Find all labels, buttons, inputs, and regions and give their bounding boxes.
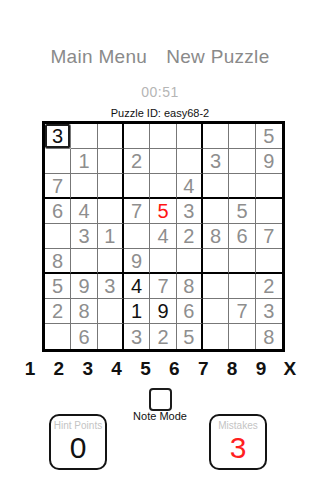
sudoku-cell-r5c3[interactable]: 1 [98,224,124,249]
sudoku-digit: 9 [157,301,168,321]
sudoku-digit: 7 [236,301,247,321]
sudoku-digit: 5 [236,201,247,221]
sudoku-cell-r8c5[interactable]: 9 [150,299,176,324]
sudoku-cell-r6c3[interactable] [98,249,124,274]
number-pad: 123456789X [19,358,301,380]
sudoku-cell-r3c3[interactable] [98,174,124,199]
numpad-key-6[interactable]: 6 [163,358,185,380]
sudoku-cell-r4c2[interactable]: 4 [71,199,97,224]
sudoku-cell-r8c7[interactable] [203,299,229,324]
sudoku-cell-r1c8[interactable] [229,124,255,149]
sudoku-cell-r7c3[interactable]: 3 [98,274,124,299]
sudoku-cell-r5c8[interactable]: 6 [229,224,255,249]
sudoku-cell-r1c7[interactable] [203,124,229,149]
sudoku-cell-r6c2[interactable] [71,249,97,274]
sudoku-cell-r2c5[interactable] [150,149,176,174]
sudoku-cell-r8c1[interactable]: 2 [45,299,71,324]
sudoku-cell-r5c5[interactable]: 4 [150,224,176,249]
sudoku-cell-r6c1[interactable]: 8 [45,249,71,274]
sudoku-digit: 9 [263,151,274,171]
sudoku-cell-r8c3[interactable] [98,299,124,324]
note-mode-checkbox[interactable] [149,388,172,411]
sudoku-cell-r2c8[interactable] [229,149,255,174]
sudoku-cell-r9c9[interactable]: 8 [256,324,282,349]
sudoku-cell-r4c3[interactable] [98,199,124,224]
sudoku-cell-r6c8[interactable] [229,249,255,274]
sudoku-cell-r8c8[interactable]: 7 [229,299,255,324]
sudoku-cell-r6c4[interactable]: 9 [124,249,150,274]
sudoku-cell-r1c6[interactable] [177,124,203,149]
sudoku-cell-r3c9[interactable] [256,174,282,199]
sudoku-digit: 8 [263,327,274,347]
sudoku-cell-r9c8[interactable] [229,324,255,349]
sudoku-cell-r1c9[interactable]: 5 [256,124,282,149]
sudoku-digit: 1 [78,151,89,171]
sudoku-digit: 3 [183,201,194,221]
sudoku-cell-r8c9[interactable]: 3 [256,299,282,324]
sudoku-cell-r2c1[interactable] [45,149,71,174]
sudoku-digit: 6 [78,327,89,347]
sudoku-digit: 3 [263,301,274,321]
sudoku-digit: 2 [183,226,194,246]
sudoku-cell-r2c9[interactable]: 9 [256,149,282,174]
numpad-key-7[interactable]: 7 [192,358,214,380]
sudoku-digit: 2 [157,327,168,347]
sudoku-cell-r2c7[interactable]: 3 [203,149,229,174]
sudoku-cell-r2c2[interactable]: 1 [71,149,97,174]
sudoku-digit: 3 [104,276,115,296]
sudoku-cell-r7c6[interactable]: 8 [177,274,203,299]
sudoku-digit: 7 [52,176,63,196]
sudoku-digit: 7 [131,201,142,221]
sudoku-cell-r9c5[interactable]: 2 [150,324,176,349]
sudoku-digit: 8 [210,226,221,246]
hint-points-value: 0 [70,433,87,463]
sudoku-cell-r5c9[interactable]: 7 [256,224,282,249]
game-timer: 00:51 [0,84,320,100]
sudoku-digit: 5 [263,126,274,146]
sudoku-digit: 5 [157,201,168,221]
sudoku-digit: 7 [157,276,168,296]
sudoku-digit: 3 [210,151,221,171]
sudoku-cell-r4c8[interactable]: 5 [229,199,255,224]
sudoku-cell-r3c5[interactable] [150,174,176,199]
sudoku-digit: 3 [52,126,63,146]
sudoku-digit: 4 [131,276,142,296]
numpad-key-5[interactable]: 5 [135,358,157,380]
sudoku-cell-r3c8[interactable] [229,174,255,199]
sudoku-cell-r1c4[interactable] [124,124,150,149]
numpad-key-2[interactable]: 2 [48,358,70,380]
sudoku-cell-r7c7[interactable] [203,274,229,299]
sudoku-digit: 3 [78,226,89,246]
sudoku-cell-r4c7[interactable] [203,199,229,224]
sudoku-cell-r7c1[interactable]: 5 [45,274,71,299]
sudoku-digit: 8 [52,251,63,271]
sudoku-cell-r7c5[interactable]: 7 [150,274,176,299]
sudoku-cell-r5c4[interactable] [124,224,150,249]
sudoku-cell-r1c5[interactable] [150,124,176,149]
sudoku-digit: 5 [183,327,194,347]
hint-points-box: Hint Points 0 [49,414,107,470]
mistakes-label: Mistakes [218,420,257,431]
sudoku-cell-r3c7[interactable] [203,174,229,199]
sudoku-cell-r2c3[interactable] [98,149,124,174]
sudoku-cell-r3c1[interactable]: 7 [45,174,71,199]
numpad-key-4[interactable]: 4 [106,358,128,380]
sudoku-digit: 6 [236,226,247,246]
sudoku-digit: 5 [52,276,63,296]
sudoku-digit: 6 [52,201,63,221]
sudoku-cell-r1c1[interactable]: 3 [45,124,71,149]
sudoku-digit: 6 [183,301,194,321]
sudoku-cell-r8c4[interactable]: 1 [124,299,150,324]
sudoku-cell-r7c4[interactable]: 4 [124,274,150,299]
sudoku-digit: 2 [263,276,274,296]
sudoku-cell-r8c6[interactable]: 6 [177,299,203,324]
sudoku-cell-r9c3[interactable] [98,324,124,349]
sudoku-cell-r9c7[interactable] [203,324,229,349]
sudoku-grid: 3512397464753531428678959347822819673632… [42,121,285,352]
sudoku-cell-r3c2[interactable] [71,174,97,199]
top-navigation: Main Menu New Puzzle [0,46,320,68]
sudoku-cell-r6c9[interactable] [256,249,282,274]
mistakes-box: Mistakes 3 [209,414,267,470]
sudoku-digit: 4 [78,201,89,221]
sudoku-digit: 9 [131,251,142,271]
sudoku-digit: 1 [131,301,142,321]
sudoku-cell-r9c6[interactable]: 5 [177,324,203,349]
sudoku-cell-r4c1[interactable]: 6 [45,199,71,224]
sudoku-cell-r2c4[interactable]: 2 [124,149,150,174]
sudoku-cell-r9c4[interactable]: 3 [124,324,150,349]
numpad-key-1[interactable]: 1 [19,358,41,380]
numpad-key-8[interactable]: 8 [221,358,243,380]
sudoku-cell-r4c4[interactable]: 7 [124,199,150,224]
sudoku-cell-r5c7[interactable]: 8 [203,224,229,249]
sudoku-cell-r9c1[interactable] [45,324,71,349]
sudoku-cell-r1c2[interactable] [71,124,97,149]
sudoku-digit: 4 [183,176,194,196]
sudoku-digit: 8 [183,276,194,296]
hint-points-label: Hint Points [54,420,102,431]
numpad-key-3[interactable]: 3 [77,358,99,380]
note-mode-label: Note Mode [0,410,320,422]
sudoku-digit: 3 [131,327,142,347]
sudoku-cell-r6c6[interactable] [177,249,203,274]
main-menu-link[interactable]: Main Menu [50,46,147,68]
sudoku-digit: 9 [78,276,89,296]
numpad-key-9[interactable]: 9 [250,358,272,380]
sudoku-app-screen: Main Menu New Puzzle 00:51 Puzzle ID: ea… [0,0,320,480]
sudoku-cell-r7c8[interactable] [229,274,255,299]
sudoku-cell-r6c5[interactable] [150,249,176,274]
sudoku-cell-r4c6[interactable]: 3 [177,199,203,224]
sudoku-cell-r1c3[interactable] [98,124,124,149]
sudoku-cell-r7c2[interactable]: 9 [71,274,97,299]
sudoku-digit: 2 [52,301,63,321]
sudoku-cell-r5c6[interactable]: 2 [177,224,203,249]
sudoku-digit: 8 [78,301,89,321]
new-puzzle-link[interactable]: New Puzzle [166,46,269,68]
numpad-key-X[interactable]: X [279,358,301,380]
sudoku-cell-r5c2[interactable]: 3 [71,224,97,249]
mistakes-value: 3 [230,433,247,463]
sudoku-cell-r8c2[interactable]: 8 [71,299,97,324]
sudoku-cell-r6c7[interactable] [203,249,229,274]
sudoku-cell-r4c9[interactable] [256,199,282,224]
sudoku-cell-r9c2[interactable]: 6 [71,324,97,349]
sudoku-digit: 1 [104,226,115,246]
sudoku-cell-r3c6[interactable]: 4 [177,174,203,199]
puzzle-id-label: Puzzle ID: easy68-2 [0,107,320,119]
sudoku-cell-r3c4[interactable] [124,174,150,199]
sudoku-digit: 2 [131,151,142,171]
sudoku-digit: 4 [157,226,168,246]
sudoku-cell-r4c5[interactable]: 5 [150,199,176,224]
sudoku-cell-r2c6[interactable] [177,149,203,174]
sudoku-cell-r5c1[interactable] [45,224,71,249]
sudoku-digit: 7 [263,226,274,246]
sudoku-cell-r7c9[interactable]: 2 [256,274,282,299]
